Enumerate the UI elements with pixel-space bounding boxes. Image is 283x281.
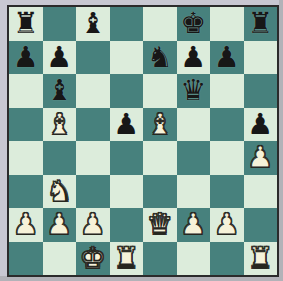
square-h6[interactable] (244, 74, 278, 108)
square-b2[interactable]: ♟ (43, 208, 77, 242)
square-h7[interactable] (244, 41, 278, 75)
square-g8[interactable] (210, 7, 244, 41)
square-f5[interactable] (177, 108, 211, 142)
black-rook-piece: ♜ (13, 7, 39, 41)
square-e6[interactable] (143, 74, 177, 108)
square-h2[interactable] (244, 208, 278, 242)
black-pawn-piece: ♟ (247, 108, 273, 142)
square-b7[interactable]: ♟ (43, 41, 77, 75)
square-f8[interactable]: ♚ (177, 7, 211, 41)
square-d4[interactable] (110, 141, 144, 175)
square-e2[interactable]: ♛ (143, 208, 177, 242)
square-f2[interactable]: ♟ (177, 208, 211, 242)
square-d6[interactable] (110, 74, 144, 108)
square-a2[interactable]: ♟ (9, 208, 43, 242)
square-h5[interactable]: ♟ (244, 108, 278, 142)
white-pawn-piece: ♟ (214, 208, 240, 242)
black-pawn-piece: ♟ (13, 41, 39, 75)
square-g2[interactable]: ♟ (210, 208, 244, 242)
square-b6[interactable]: ♝ (43, 74, 77, 108)
square-c1[interactable]: ♚ (76, 242, 110, 276)
square-g5[interactable] (210, 108, 244, 142)
square-c3[interactable] (76, 175, 110, 209)
square-d3[interactable] (110, 175, 144, 209)
white-bishop-piece: ♝ (147, 108, 173, 142)
square-e7[interactable]: ♞ (143, 41, 177, 75)
square-f7[interactable]: ♟ (177, 41, 211, 75)
square-c6[interactable] (76, 74, 110, 108)
square-a4[interactable] (9, 141, 43, 175)
black-bishop-piece: ♝ (46, 74, 72, 108)
white-queen-piece: ♛ (147, 208, 173, 242)
square-e3[interactable] (143, 175, 177, 209)
black-king-piece: ♚ (180, 7, 206, 41)
chess-diagram-window: ♜♝♚♜♟♟♞♟♟♝♛♝♟♝♟♟♞♟♟♟♛♟♟♚♜♜ (0, 0, 283, 281)
square-b3[interactable]: ♞ (43, 175, 77, 209)
black-pawn-piece: ♟ (214, 41, 240, 75)
square-g7[interactable]: ♟ (210, 41, 244, 75)
square-c4[interactable] (76, 141, 110, 175)
square-e4[interactable] (143, 141, 177, 175)
square-a3[interactable] (9, 175, 43, 209)
black-knight-piece: ♞ (147, 41, 173, 75)
square-c5[interactable] (76, 108, 110, 142)
square-g3[interactable] (210, 175, 244, 209)
square-a1[interactable] (9, 242, 43, 276)
square-c8[interactable]: ♝ (76, 7, 110, 41)
white-knight-piece: ♞ (46, 175, 72, 209)
square-c2[interactable]: ♟ (76, 208, 110, 242)
square-h8[interactable]: ♜ (244, 7, 278, 41)
square-g6[interactable] (210, 74, 244, 108)
square-e1[interactable] (143, 242, 177, 276)
square-a7[interactable]: ♟ (9, 41, 43, 75)
black-pawn-piece: ♟ (113, 108, 139, 142)
white-king-piece: ♚ (80, 242, 106, 276)
square-g1[interactable] (210, 242, 244, 276)
right-margin-strip (279, 0, 283, 281)
white-pawn-piece: ♟ (80, 208, 106, 242)
square-d8[interactable] (110, 7, 144, 41)
square-b4[interactable] (43, 141, 77, 175)
white-rook-piece: ♜ (247, 242, 273, 276)
square-h4[interactable]: ♟ (244, 141, 278, 175)
white-rook-piece: ♜ (113, 242, 139, 276)
square-a6[interactable] (9, 74, 43, 108)
square-a5[interactable] (9, 108, 43, 142)
square-e8[interactable] (143, 7, 177, 41)
white-pawn-piece: ♟ (247, 141, 273, 175)
black-bishop-piece: ♝ (80, 7, 106, 41)
square-d5[interactable]: ♟ (110, 108, 144, 142)
square-b8[interactable] (43, 7, 77, 41)
white-bishop-piece: ♝ (46, 108, 72, 142)
square-d2[interactable] (110, 208, 144, 242)
square-f4[interactable] (177, 141, 211, 175)
black-pawn-piece: ♟ (46, 41, 72, 75)
white-pawn-piece: ♟ (13, 208, 39, 242)
square-f1[interactable] (177, 242, 211, 276)
black-rook-piece: ♜ (247, 7, 273, 41)
square-f3[interactable] (177, 175, 211, 209)
black-pawn-piece: ♟ (180, 41, 206, 75)
square-d7[interactable] (110, 41, 144, 75)
square-a8[interactable]: ♜ (9, 7, 43, 41)
square-b5[interactable]: ♝ (43, 108, 77, 142)
square-d1[interactable]: ♜ (110, 242, 144, 276)
square-g4[interactable] (210, 141, 244, 175)
white-pawn-piece: ♟ (180, 208, 206, 242)
square-h3[interactable] (244, 175, 278, 209)
square-c7[interactable] (76, 41, 110, 75)
white-pawn-piece: ♟ (46, 208, 72, 242)
square-e5[interactable]: ♝ (143, 108, 177, 142)
square-b1[interactable] (43, 242, 77, 276)
black-queen-piece: ♛ (180, 74, 206, 108)
square-h1[interactable]: ♜ (244, 242, 278, 276)
chess-board: ♜♝♚♜♟♟♞♟♟♝♛♝♟♝♟♟♞♟♟♟♛♟♟♚♜♜ (7, 5, 279, 277)
square-f6[interactable]: ♛ (177, 74, 211, 108)
